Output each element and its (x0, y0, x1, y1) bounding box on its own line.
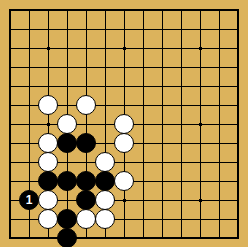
intersection (58, 96, 77, 115)
intersection (96, 39, 115, 58)
white-stone (38, 190, 58, 210)
intersection (96, 1, 115, 20)
black-stone (57, 171, 77, 191)
intersection (153, 96, 172, 115)
intersection (134, 153, 153, 172)
intersection (39, 39, 58, 58)
white-stone (38, 95, 58, 115)
intersection (172, 39, 191, 58)
intersection (115, 1, 134, 20)
intersection (58, 1, 77, 20)
intersection (210, 172, 229, 191)
intersection (191, 39, 210, 58)
intersection (115, 210, 134, 229)
intersection (210, 39, 229, 58)
intersection (39, 1, 58, 20)
intersection (96, 191, 115, 210)
intersection (229, 210, 248, 229)
intersection (172, 172, 191, 191)
intersection (172, 77, 191, 96)
intersection (229, 1, 248, 20)
intersection (58, 153, 77, 172)
intersection (153, 210, 172, 229)
intersection (191, 20, 210, 39)
intersection (39, 229, 58, 247)
intersection (77, 210, 96, 229)
intersection (115, 229, 134, 247)
intersection (1, 77, 20, 96)
intersection (172, 96, 191, 115)
intersection (134, 20, 153, 39)
black-stone (38, 171, 58, 191)
black-stone (57, 228, 77, 247)
intersection (210, 210, 229, 229)
intersection (229, 153, 248, 172)
black-stone (76, 171, 96, 191)
intersection (96, 20, 115, 39)
white-stone (76, 95, 96, 115)
move-number-label: 1 (26, 194, 33, 206)
intersection (191, 58, 210, 77)
intersection (1, 172, 20, 191)
intersection (20, 134, 39, 153)
go-board: 1 (0, 0, 247, 247)
intersection (115, 172, 134, 191)
intersection (58, 77, 77, 96)
intersection (153, 77, 172, 96)
intersection (210, 77, 229, 96)
intersection (115, 191, 134, 210)
intersection (1, 134, 20, 153)
black-stone (95, 171, 115, 191)
intersection (96, 153, 115, 172)
intersection (134, 229, 153, 247)
intersection (39, 172, 58, 191)
intersection (191, 191, 210, 210)
intersection (39, 210, 58, 229)
intersection (58, 210, 77, 229)
intersection (20, 229, 39, 247)
intersection (58, 39, 77, 58)
intersection (229, 77, 248, 96)
intersection (1, 1, 20, 20)
intersection (153, 58, 172, 77)
intersection (134, 191, 153, 210)
intersection (191, 1, 210, 20)
intersection (191, 96, 210, 115)
intersection (210, 191, 229, 210)
intersection (96, 172, 115, 191)
intersection (39, 153, 58, 172)
white-stone (57, 114, 77, 134)
intersection (1, 153, 20, 172)
intersection (20, 58, 39, 77)
intersection (20, 96, 39, 115)
intersection (96, 134, 115, 153)
white-stone (76, 209, 96, 229)
intersection (172, 20, 191, 39)
intersection (191, 229, 210, 247)
intersection (39, 115, 58, 134)
white-stone (38, 152, 58, 172)
intersection (134, 58, 153, 77)
white-stone (95, 152, 115, 172)
intersection (229, 96, 248, 115)
intersection (191, 77, 210, 96)
intersection (1, 58, 20, 77)
intersection (20, 172, 39, 191)
intersection (191, 115, 210, 134)
intersection (115, 58, 134, 77)
intersection (153, 39, 172, 58)
intersection (153, 20, 172, 39)
intersection (115, 153, 134, 172)
intersection (134, 172, 153, 191)
intersection (210, 96, 229, 115)
intersection (115, 20, 134, 39)
intersection (134, 96, 153, 115)
intersection (172, 58, 191, 77)
move-1-stone: 1 (19, 190, 39, 210)
intersection (58, 134, 77, 153)
intersection (77, 1, 96, 20)
intersection (210, 134, 229, 153)
intersection (58, 172, 77, 191)
intersection (77, 115, 96, 134)
intersection (153, 191, 172, 210)
intersection (58, 58, 77, 77)
intersection (96, 77, 115, 96)
intersection (229, 134, 248, 153)
intersection (229, 229, 248, 247)
intersection (96, 96, 115, 115)
intersection (134, 39, 153, 58)
intersection (191, 134, 210, 153)
intersection (229, 191, 248, 210)
intersection (39, 58, 58, 77)
intersection (77, 153, 96, 172)
intersection (210, 153, 229, 172)
intersection (1, 20, 20, 39)
intersection (153, 115, 172, 134)
intersection (229, 39, 248, 58)
black-stone (57, 133, 77, 153)
intersection (229, 115, 248, 134)
black-stone (76, 190, 96, 210)
intersection (58, 20, 77, 39)
intersection (172, 134, 191, 153)
intersection (20, 115, 39, 134)
intersection (191, 172, 210, 191)
intersection (77, 20, 96, 39)
white-stone (95, 190, 115, 210)
intersection (20, 210, 39, 229)
intersection (172, 115, 191, 134)
intersection (1, 210, 20, 229)
intersection (229, 20, 248, 39)
intersection (153, 1, 172, 20)
intersection (115, 39, 134, 58)
white-stone (38, 133, 58, 153)
intersection (229, 58, 248, 77)
intersection (39, 96, 58, 115)
intersection (77, 96, 96, 115)
intersection (20, 1, 39, 20)
intersection (229, 172, 248, 191)
intersection: 1 (20, 191, 39, 210)
intersection (77, 77, 96, 96)
intersection (58, 115, 77, 134)
intersection (153, 134, 172, 153)
intersection (77, 172, 96, 191)
white-stone (38, 209, 58, 229)
intersection (39, 134, 58, 153)
intersection (115, 77, 134, 96)
intersection (134, 1, 153, 20)
intersection (153, 153, 172, 172)
intersection (210, 229, 229, 247)
intersection (20, 153, 39, 172)
intersection (172, 229, 191, 247)
intersection (39, 20, 58, 39)
intersection (1, 96, 20, 115)
intersection (20, 20, 39, 39)
white-stone (114, 171, 134, 191)
intersection (1, 191, 20, 210)
intersection (58, 229, 77, 247)
intersection (210, 58, 229, 77)
intersection (77, 134, 96, 153)
white-stone (114, 133, 134, 153)
intersection (172, 210, 191, 229)
intersection (77, 229, 96, 247)
intersection (96, 58, 115, 77)
intersection (115, 115, 134, 134)
intersection (134, 115, 153, 134)
intersection (20, 77, 39, 96)
intersection (134, 134, 153, 153)
intersection (39, 191, 58, 210)
intersection (153, 229, 172, 247)
stones-grid: 1 (1, 1, 248, 247)
intersection (58, 191, 77, 210)
intersection (1, 39, 20, 58)
intersection (96, 115, 115, 134)
intersection (77, 39, 96, 58)
intersection (115, 96, 134, 115)
intersection (172, 1, 191, 20)
intersection (210, 115, 229, 134)
intersection (1, 229, 20, 247)
intersection (115, 134, 134, 153)
intersection (210, 20, 229, 39)
intersection (191, 210, 210, 229)
intersection (77, 191, 96, 210)
intersection (96, 229, 115, 247)
intersection (1, 115, 20, 134)
intersection (96, 210, 115, 229)
intersection (134, 210, 153, 229)
black-stone (57, 209, 77, 229)
white-stone (95, 209, 115, 229)
intersection (77, 58, 96, 77)
white-stone (114, 114, 134, 134)
intersection (172, 191, 191, 210)
intersection (20, 39, 39, 58)
intersection (210, 1, 229, 20)
intersection (39, 77, 58, 96)
intersection (153, 172, 172, 191)
black-stone (76, 133, 96, 153)
intersection (134, 77, 153, 96)
intersection (191, 153, 210, 172)
intersection (172, 153, 191, 172)
